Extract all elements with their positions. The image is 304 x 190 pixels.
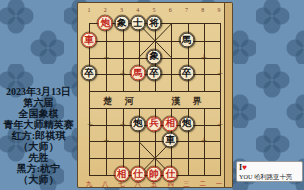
point-marker: + — [200, 53, 207, 61]
column-label-bottom: 三 — [183, 180, 190, 189]
column-label-top: 9 — [218, 7, 221, 13]
match-info-line: 青年大师精英赛 — [0, 119, 77, 130]
column-label-bottom: 九 — [86, 180, 93, 189]
point-marker: + — [200, 137, 207, 145]
point-marker: + — [217, 70, 224, 78]
video-frame: 2023年3月13日第六届全国象棋青年大师精英赛红方:郎祺琪（大师）先胜黑方:杭… — [0, 0, 304, 190]
piece-red-相: 相 — [163, 116, 178, 131]
column-label-top: 4 — [136, 7, 139, 13]
point-marker: + — [103, 137, 110, 145]
piece-red-仕: 仕 — [130, 167, 145, 182]
point-marker: + — [119, 70, 126, 78]
board-grid: 楚 河 漢 界 ++++++++++++++ — [89, 23, 221, 176]
piece-red-馬: 馬 — [130, 66, 145, 81]
piece-black-車: 車 — [163, 133, 178, 148]
point-marker: + — [87, 121, 94, 129]
match-info-line: （大师） — [0, 174, 77, 185]
column-label-top: 3 — [120, 7, 123, 13]
piece-black-卒: 卒 — [82, 66, 97, 81]
column-label-top: 7 — [185, 7, 188, 13]
point-marker: + — [119, 121, 126, 129]
palace-diagonals — [90, 24, 220, 175]
column-label-bottom: 八 — [102, 180, 109, 189]
piece-black-馬: 馬 — [179, 32, 194, 47]
column-label-bottom: 一 — [216, 180, 223, 189]
watermark-line2: YOU 哈利路亚十亮 — [239, 173, 300, 181]
piece-red-仕: 仕 — [163, 167, 178, 182]
match-info-line: 黑方:杭宁 — [0, 163, 77, 174]
point-marker: + — [103, 53, 110, 61]
xiangqi-board: 123456789 楚 河 漢 界 ++++++++++++++ 九八七六五四三… — [77, 2, 233, 188]
column-label-bottom: 二 — [200, 180, 207, 189]
match-info-line: 全国象棋 — [0, 108, 77, 119]
match-info-line: （大师） — [0, 141, 77, 152]
piece-black-象: 象 — [114, 16, 129, 31]
watermark-badge: I♥ YOU 哈利路亚十亮 — [236, 161, 303, 182]
piece-black-卒: 卒 — [179, 66, 194, 81]
match-info-line: 红方:郎祺琪 — [0, 130, 77, 141]
column-label-top: 6 — [169, 7, 172, 13]
piece-black-士: 士 — [130, 16, 145, 31]
match-info-line: 2023年3月13日 — [0, 86, 77, 97]
piece-red-帥: 帥 — [147, 167, 162, 182]
piece-red-兵: 兵 — [147, 116, 162, 131]
board-edge-strip — [224, 3, 232, 187]
match-info-panel: 2023年3月13日第六届全国象棋青年大师精英赛红方:郎祺琪（大师）先胜黑方:杭… — [0, 86, 77, 185]
piece-black-卒: 卒 — [147, 66, 162, 81]
piece-black-象: 象 — [147, 49, 162, 64]
piece-black-将: 将 — [147, 16, 162, 31]
column-label-top: 1 — [88, 7, 91, 13]
point-marker: + — [217, 121, 224, 129]
column-label-top: 5 — [153, 7, 156, 13]
piece-red-車: 車 — [82, 32, 97, 47]
watermark-line1: I♥ — [239, 163, 300, 173]
match-info-line: 先胜 — [0, 152, 77, 163]
column-label-top: 2 — [104, 7, 107, 13]
match-info-line: 第六届 — [0, 97, 77, 108]
piece-black-炮: 炮 — [130, 116, 145, 131]
piece-red-相: 相 — [114, 167, 129, 182]
heart-icon: ♥ — [242, 163, 247, 172]
piece-red-炮: 炮 — [98, 16, 113, 31]
piece-black-炮: 炮 — [179, 116, 194, 131]
column-label-top: 8 — [201, 7, 204, 13]
